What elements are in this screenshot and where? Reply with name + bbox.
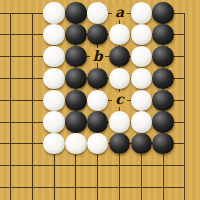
stone-white bbox=[43, 2, 64, 23]
stone-black bbox=[152, 2, 173, 23]
stone-white bbox=[43, 24, 64, 45]
stone-white bbox=[131, 2, 152, 23]
stone-black bbox=[65, 68, 86, 89]
stone-white bbox=[87, 2, 108, 23]
stone-white bbox=[87, 133, 108, 154]
stone-black bbox=[65, 90, 86, 111]
stone-white bbox=[131, 68, 152, 89]
stone-black bbox=[152, 68, 173, 89]
stone-white bbox=[87, 90, 108, 111]
stone-black bbox=[87, 24, 108, 45]
grid-line-horizontal bbox=[0, 187, 185, 188]
point-label-b: b bbox=[90, 48, 105, 63]
stone-white bbox=[109, 111, 130, 132]
stone-black bbox=[65, 2, 86, 23]
grid-line-horizontal bbox=[0, 165, 185, 166]
stone-black bbox=[131, 133, 152, 154]
point-label-a: a bbox=[112, 5, 127, 20]
stone-white bbox=[43, 111, 64, 132]
stone-white bbox=[131, 111, 152, 132]
stone-black bbox=[87, 68, 108, 89]
stone-white bbox=[43, 90, 64, 111]
stone-white bbox=[43, 68, 64, 89]
stone-black bbox=[152, 46, 173, 67]
grid-line-vertical bbox=[10, 13, 11, 200]
stone-black bbox=[65, 46, 86, 67]
stone-white bbox=[131, 24, 152, 45]
stone-black bbox=[152, 90, 173, 111]
stone-black bbox=[109, 46, 130, 67]
stone-white bbox=[43, 133, 64, 154]
stone-black bbox=[152, 24, 173, 45]
stone-black bbox=[87, 111, 108, 132]
stone-black bbox=[109, 133, 130, 154]
stone-black bbox=[152, 111, 173, 132]
board-right-edge-line bbox=[184, 13, 185, 200]
stone-black bbox=[65, 111, 86, 132]
go-board: abc bbox=[0, 0, 200, 200]
point-label-c: c bbox=[112, 92, 127, 107]
stone-white bbox=[131, 46, 152, 67]
stone-white bbox=[131, 90, 152, 111]
grid-line-vertical bbox=[32, 13, 33, 200]
stone-black bbox=[65, 24, 86, 45]
stone-white bbox=[43, 46, 64, 67]
stone-white bbox=[65, 133, 86, 154]
stone-black bbox=[152, 133, 173, 154]
stone-white bbox=[109, 24, 130, 45]
stone-white bbox=[109, 68, 130, 89]
